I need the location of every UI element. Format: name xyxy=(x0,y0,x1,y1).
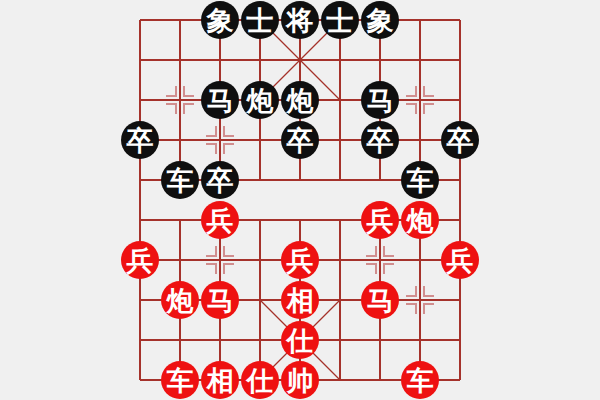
piece-red-pawn[interactable]: 兵 xyxy=(441,241,479,279)
star-point-marker xyxy=(424,86,434,96)
piece-black-chariot[interactable]: 车 xyxy=(401,161,439,199)
piece-red-pawn[interactable]: 兵 xyxy=(121,241,159,279)
piece-black-advisor[interactable]: 士 xyxy=(241,1,279,39)
piece-red-advisor[interactable]: 仕 xyxy=(241,361,279,399)
piece-red-cannon[interactable]: 炮 xyxy=(161,281,199,319)
piece-black-elephant[interactable]: 象 xyxy=(361,1,399,39)
star-point-marker xyxy=(166,104,176,114)
piece-black-chariot[interactable]: 车 xyxy=(161,161,199,199)
star-point-marker xyxy=(384,264,394,274)
piece-black-pawn[interactable]: 卒 xyxy=(201,161,239,199)
piece-red-horse[interactable]: 马 xyxy=(201,281,239,319)
piece-black-horse[interactable]: 马 xyxy=(201,81,239,119)
piece-red-pawn[interactable]: 兵 xyxy=(361,201,399,239)
piece-black-horse[interactable]: 马 xyxy=(361,81,399,119)
piece-red-elephant[interactable]: 相 xyxy=(201,361,239,399)
star-point-marker xyxy=(206,246,216,256)
piece-black-cannon[interactable]: 炮 xyxy=(281,81,319,119)
piece-red-chariot[interactable]: 车 xyxy=(161,361,199,399)
piece-black-pawn[interactable]: 卒 xyxy=(121,121,159,159)
star-point-marker xyxy=(184,104,194,114)
star-point-marker xyxy=(406,304,416,314)
piece-black-general[interactable]: 将 xyxy=(281,1,319,39)
star-point-marker xyxy=(384,246,394,256)
piece-black-elephant[interactable]: 象 xyxy=(201,1,239,39)
piece-black-advisor[interactable]: 士 xyxy=(321,1,359,39)
star-point-marker xyxy=(206,144,216,154)
piece-black-pawn[interactable]: 卒 xyxy=(361,121,399,159)
piece-red-elephant[interactable]: 相 xyxy=(281,281,319,319)
star-point-marker xyxy=(224,264,234,274)
star-point-marker xyxy=(184,86,194,96)
piece-black-pawn[interactable]: 卒 xyxy=(281,121,319,159)
star-point-marker xyxy=(224,126,234,136)
star-point-marker xyxy=(424,304,434,314)
piece-red-general[interactable]: 帅 xyxy=(281,361,319,399)
xiangqi-board[interactable]: 象士将士象马炮炮马卒卒卒卒车卒车兵兵炮兵兵兵炮马相马仕车相仕帅车 xyxy=(140,20,460,380)
star-point-marker xyxy=(366,264,376,274)
piece-red-horse[interactable]: 马 xyxy=(361,281,399,319)
piece-red-pawn[interactable]: 兵 xyxy=(281,241,319,279)
star-point-marker xyxy=(206,126,216,136)
star-point-marker xyxy=(224,246,234,256)
piece-black-cannon[interactable]: 炮 xyxy=(241,81,279,119)
star-point-marker xyxy=(206,264,216,274)
star-point-marker xyxy=(166,86,176,96)
piece-red-pawn[interactable]: 兵 xyxy=(201,201,239,239)
star-point-marker xyxy=(424,104,434,114)
piece-red-chariot[interactable]: 车 xyxy=(401,361,439,399)
star-point-marker xyxy=(406,86,416,96)
app-background: 象士将士象马炮炮马卒卒卒卒车卒车兵兵炮兵兵兵炮马相马仕车相仕帅车 xyxy=(0,0,600,400)
star-point-marker xyxy=(424,286,434,296)
star-point-marker xyxy=(224,144,234,154)
star-point-marker xyxy=(406,104,416,114)
star-point-marker xyxy=(366,246,376,256)
piece-red-advisor[interactable]: 仕 xyxy=(281,321,319,359)
star-point-marker xyxy=(406,286,416,296)
piece-black-pawn[interactable]: 卒 xyxy=(441,121,479,159)
piece-red-cannon[interactable]: 炮 xyxy=(401,201,439,239)
